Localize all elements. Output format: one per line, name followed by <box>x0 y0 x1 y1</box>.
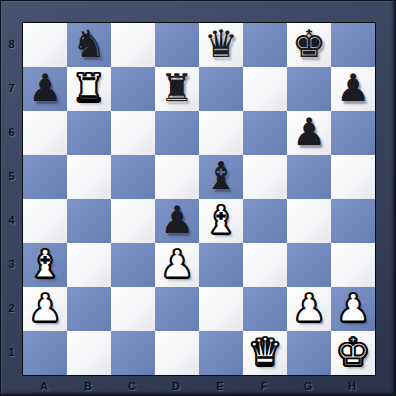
rank-label-7: 7 <box>1 66 22 110</box>
square-a3[interactable]: ♝ <box>23 243 67 287</box>
rank-labels: 87654321 <box>1 22 22 374</box>
rank-label-6: 6 <box>1 110 22 154</box>
square-f5[interactable] <box>243 155 287 199</box>
square-c6[interactable] <box>111 111 155 155</box>
piece-black-bishop[interactable]: ♝ <box>204 157 238 195</box>
piece-white-queen[interactable]: ♛ <box>248 333 282 371</box>
square-d5[interactable] <box>155 155 199 199</box>
square-e5[interactable]: ♝ <box>199 155 243 199</box>
file-label-a: A <box>22 376 66 395</box>
square-g2[interactable]: ♟ <box>287 287 331 331</box>
square-g1[interactable] <box>287 331 331 375</box>
file-label-g: G <box>286 376 330 395</box>
square-h4[interactable] <box>331 199 375 243</box>
square-d3[interactable]: ♟ <box>155 243 199 287</box>
square-d8[interactable] <box>155 23 199 67</box>
piece-white-rook[interactable]: ♜ <box>72 69 106 107</box>
square-f3[interactable] <box>243 243 287 287</box>
square-d4[interactable]: ♟ <box>155 199 199 243</box>
piece-black-rook[interactable]: ♜ <box>160 69 194 107</box>
square-b4[interactable] <box>67 199 111 243</box>
square-e7[interactable] <box>199 67 243 111</box>
square-b2[interactable] <box>67 287 111 331</box>
square-a7[interactable]: ♟ <box>23 67 67 111</box>
square-c8[interactable] <box>111 23 155 67</box>
piece-white-pawn[interactable]: ♟ <box>28 289 62 327</box>
square-c3[interactable] <box>111 243 155 287</box>
chess-diagram: 87654321 ♞♛♚♟♜♜♟♟♝♟♝♝♟♟♟♟♛♚ ABCDEFGH <box>0 0 396 396</box>
square-e6[interactable] <box>199 111 243 155</box>
square-h1[interactable]: ♚ <box>331 331 375 375</box>
rank-label-5: 5 <box>1 154 22 198</box>
file-label-f: F <box>242 376 286 395</box>
square-g4[interactable] <box>287 199 331 243</box>
square-e3[interactable] <box>199 243 243 287</box>
square-h8[interactable] <box>331 23 375 67</box>
piece-white-king[interactable]: ♚ <box>336 333 370 371</box>
square-d7[interactable]: ♜ <box>155 67 199 111</box>
piece-black-king[interactable]: ♚ <box>292 25 326 63</box>
piece-black-pawn[interactable]: ♟ <box>292 113 326 151</box>
piece-black-pawn[interactable]: ♟ <box>336 69 370 107</box>
square-c1[interactable] <box>111 331 155 375</box>
rank-label-1: 1 <box>1 330 22 374</box>
square-a2[interactable]: ♟ <box>23 287 67 331</box>
square-d1[interactable] <box>155 331 199 375</box>
square-g8[interactable]: ♚ <box>287 23 331 67</box>
square-e2[interactable] <box>199 287 243 331</box>
square-f4[interactable] <box>243 199 287 243</box>
piece-black-pawn[interactable]: ♟ <box>28 69 62 107</box>
square-c4[interactable] <box>111 199 155 243</box>
square-h2[interactable]: ♟ <box>331 287 375 331</box>
square-h7[interactable]: ♟ <box>331 67 375 111</box>
square-a4[interactable] <box>23 199 67 243</box>
file-label-c: C <box>110 376 154 395</box>
square-b1[interactable] <box>67 331 111 375</box>
square-b8[interactable]: ♞ <box>67 23 111 67</box>
file-label-b: B <box>66 376 110 395</box>
rank-label-3: 3 <box>1 242 22 286</box>
square-h5[interactable] <box>331 155 375 199</box>
piece-black-pawn[interactable]: ♟ <box>160 201 194 239</box>
file-label-d: D <box>154 376 198 395</box>
square-d6[interactable] <box>155 111 199 155</box>
square-a5[interactable] <box>23 155 67 199</box>
square-a8[interactable] <box>23 23 67 67</box>
square-f6[interactable] <box>243 111 287 155</box>
piece-white-pawn[interactable]: ♟ <box>292 289 326 327</box>
rank-label-2: 2 <box>1 286 22 330</box>
square-g7[interactable] <box>287 67 331 111</box>
square-c2[interactable] <box>111 287 155 331</box>
chess-board: ♞♛♚♟♜♜♟♟♝♟♝♝♟♟♟♟♛♚ <box>22 22 376 376</box>
square-c5[interactable] <box>111 155 155 199</box>
square-a1[interactable] <box>23 331 67 375</box>
square-a6[interactable] <box>23 111 67 155</box>
piece-white-pawn[interactable]: ♟ <box>160 245 194 283</box>
piece-white-bishop[interactable]: ♝ <box>28 245 62 283</box>
square-g5[interactable] <box>287 155 331 199</box>
square-g3[interactable] <box>287 243 331 287</box>
square-f1[interactable]: ♛ <box>243 331 287 375</box>
piece-white-pawn[interactable]: ♟ <box>336 289 370 327</box>
square-d2[interactable] <box>155 287 199 331</box>
square-b3[interactable] <box>67 243 111 287</box>
square-g6[interactable]: ♟ <box>287 111 331 155</box>
square-f7[interactable] <box>243 67 287 111</box>
square-h6[interactable] <box>331 111 375 155</box>
square-f2[interactable] <box>243 287 287 331</box>
piece-black-knight[interactable]: ♞ <box>72 25 106 63</box>
square-e8[interactable]: ♛ <box>199 23 243 67</box>
square-e1[interactable] <box>199 331 243 375</box>
square-f8[interactable] <box>243 23 287 67</box>
square-b6[interactable] <box>67 111 111 155</box>
piece-white-bishop[interactable]: ♝ <box>204 201 238 239</box>
rank-label-4: 4 <box>1 198 22 242</box>
square-e4[interactable]: ♝ <box>199 199 243 243</box>
square-b7[interactable]: ♜ <box>67 67 111 111</box>
square-h3[interactable] <box>331 243 375 287</box>
piece-black-queen[interactable]: ♛ <box>204 25 238 63</box>
file-labels: ABCDEFGH <box>22 376 374 395</box>
file-label-e: E <box>198 376 242 395</box>
file-label-h: H <box>330 376 374 395</box>
rank-label-8: 8 <box>1 22 22 66</box>
square-c7[interactable] <box>111 67 155 111</box>
square-b5[interactable] <box>67 155 111 199</box>
